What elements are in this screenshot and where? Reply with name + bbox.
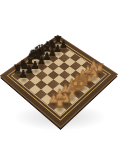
piece-black-pawn[interactable]: ♟ [12,69,34,80]
perspective-wrapper: ♜♟♟♜♞♟♟♞♝♟♟♝♛♟♟♛♚♟♟♚♝♟♟♝♞♟♟♞♜♟♟♜ [0,0,120,160]
playing-field: ♜♟♟♜♞♟♟♞♝♟♟♝♛♟♟♛♚♟♟♚♝♟♟♝♞♟♟♞♜♟♟♜ [12,43,105,116]
piece-white-rook[interactable]: ♜ [48,97,72,110]
chess-set-photo: ♜♟♟♜♞♟♟♞♝♟♟♝♛♟♟♛♚♟♟♚♝♟♟♝♞♟♟♞♜♟♟♜ [0,0,120,160]
square-h1[interactable]: ♜ [54,104,67,115]
chess-board: ♜♟♟♜♞♟♟♞♝♟♟♝♛♟♟♛♚♟♟♚♝♟♟♝♞♟♟♞♜♟♟♜ [0,35,118,128]
